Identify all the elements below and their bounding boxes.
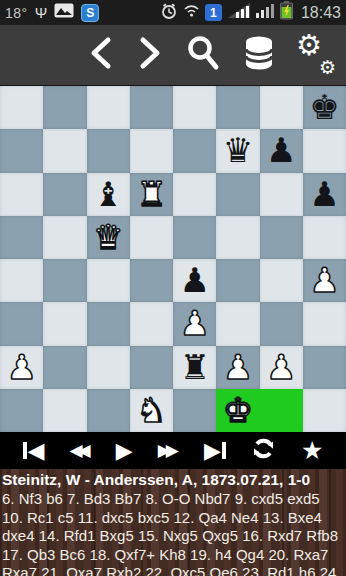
square-d6[interactable]: ♜ xyxy=(130,173,173,216)
chess-board: ♚♛♟♝♜♟♛♟♟♟♟♜♟♟♞♚ xyxy=(0,86,346,432)
white-rook-d6: ♜ xyxy=(136,173,166,216)
square-a8[interactable] xyxy=(0,86,43,129)
square-g3[interactable] xyxy=(260,302,303,345)
square-g6[interactable] xyxy=(260,173,303,216)
square-a6[interactable] xyxy=(0,173,43,216)
square-e7[interactable] xyxy=(173,129,216,172)
square-h4[interactable]: ♟ xyxy=(303,259,346,302)
square-b6[interactable] xyxy=(43,173,86,216)
usb-icon: Ψ xyxy=(35,5,48,20)
square-c4[interactable] xyxy=(87,259,130,302)
square-h1[interactable] xyxy=(303,389,346,432)
white-pawn-f2: ♟ xyxy=(223,346,253,389)
battery-icon xyxy=(280,1,293,24)
black-pawn-h6: ♟ xyxy=(309,173,339,216)
white-pawn-a2: ♟ xyxy=(6,346,36,389)
square-h3[interactable] xyxy=(303,302,346,345)
square-d7[interactable] xyxy=(130,129,173,172)
black-pawn-g7: ♟ xyxy=(266,129,296,172)
square-d3[interactable] xyxy=(130,302,173,345)
square-f4[interactable] xyxy=(216,259,259,302)
square-b4[interactable] xyxy=(43,259,86,302)
fast-forward-button[interactable]: ▶▶ xyxy=(158,442,179,459)
start-bar-icon xyxy=(23,442,27,459)
status-right-group: 1 18:43 xyxy=(160,1,341,24)
flip-board-button[interactable] xyxy=(251,436,276,465)
square-g1[interactable] xyxy=(260,389,303,432)
square-e5[interactable] xyxy=(173,216,216,259)
square-c3[interactable] xyxy=(87,302,130,345)
square-a2[interactable]: ♟ xyxy=(0,346,43,389)
square-f7[interactable]: ♛ xyxy=(216,129,259,172)
square-c7[interactable] xyxy=(87,129,130,172)
black-queen-f7: ♛ xyxy=(223,129,253,172)
square-b7[interactable] xyxy=(43,129,86,172)
square-h6[interactable]: ♟ xyxy=(303,173,346,216)
square-c6[interactable]: ♝ xyxy=(87,173,130,216)
app-window: 18° Ψ S 1 18:43 xyxy=(0,0,346,576)
play-icon: ▶ xyxy=(116,440,133,462)
square-b8[interactable] xyxy=(43,86,86,129)
play-button[interactable]: ▶ xyxy=(116,440,133,462)
signal-bars-icon xyxy=(256,3,275,22)
alarm-clock-icon xyxy=(160,2,178,24)
square-e8[interactable] xyxy=(173,86,216,129)
rewind-icon: ◀◀ xyxy=(70,442,91,459)
square-a4[interactable] xyxy=(0,259,43,302)
square-a7[interactable] xyxy=(0,129,43,172)
square-d1[interactable]: ♞ xyxy=(130,389,173,432)
square-c1[interactable] xyxy=(87,389,130,432)
search-icon xyxy=(186,35,220,75)
black-bishop-c6: ♝ xyxy=(93,173,123,216)
square-e1[interactable] xyxy=(173,389,216,432)
previous-game-button[interactable] xyxy=(88,36,114,74)
square-b5[interactable] xyxy=(43,216,86,259)
black-rook-e2: ♜ xyxy=(179,346,209,389)
search-button[interactable] xyxy=(186,35,220,75)
white-pawn-e3: ♟ xyxy=(179,302,209,345)
square-a1[interactable] xyxy=(0,389,43,432)
temperature-label: 18° xyxy=(5,5,28,21)
game-header: Steinitz, W - Anderssen, A, 1873.07.21, … xyxy=(2,470,344,490)
square-f3[interactable] xyxy=(216,302,259,345)
square-d4[interactable] xyxy=(130,259,173,302)
square-f6[interactable] xyxy=(216,173,259,216)
skip-start-icon: ◀ xyxy=(28,440,45,462)
settings-button[interactable]: ⚙ ⚙ xyxy=(298,37,334,73)
square-e4[interactable]: ♟ xyxy=(173,259,216,302)
next-game-button[interactable] xyxy=(137,36,163,74)
chevron-left-icon xyxy=(88,36,114,74)
skip-to-start-button[interactable]: ◀ xyxy=(23,440,45,462)
square-b2[interactable] xyxy=(43,346,86,389)
database-icon xyxy=(243,35,275,75)
chevron-right-icon xyxy=(137,36,163,74)
end-bar-icon xyxy=(222,442,226,459)
gears-icon: ⚙ ⚙ xyxy=(298,37,334,73)
favorite-button[interactable]: ★ xyxy=(301,438,323,463)
playback-controls: ◀ ◀◀ ▶ ▶▶ ▶ ★ xyxy=(0,432,346,469)
square-g8[interactable] xyxy=(260,86,303,129)
square-f5[interactable] xyxy=(216,216,259,259)
square-g7[interactable]: ♟ xyxy=(260,129,303,172)
square-a5[interactable] xyxy=(0,216,43,259)
square-c8[interactable] xyxy=(87,86,130,129)
skype-icon: S xyxy=(81,4,99,22)
moves-text: 6. Nf3 b6 7. Bd3 Bb7 8. O-O Nbd7 9. cxd5… xyxy=(2,490,344,576)
square-f8[interactable] xyxy=(216,86,259,129)
skip-end-icon: ▶ xyxy=(204,440,221,462)
square-d8[interactable] xyxy=(130,86,173,129)
status-bar: 18° Ψ S 1 18:43 xyxy=(0,0,346,25)
white-king-f1: ♚ xyxy=(223,389,253,432)
fast-forward-icon: ▶▶ xyxy=(158,442,179,459)
square-d5[interactable] xyxy=(130,216,173,259)
square-e3[interactable]: ♟ xyxy=(173,302,216,345)
notification-badge: 1 xyxy=(205,4,222,21)
gallery-icon xyxy=(54,3,74,22)
square-c5[interactable]: ♛ xyxy=(87,216,130,259)
rewind-button[interactable]: ◀◀ xyxy=(70,442,91,459)
black-pawn-e4: ♟ xyxy=(179,259,209,302)
square-e6[interactable] xyxy=(173,173,216,216)
star-icon: ★ xyxy=(301,438,323,463)
square-b3[interactable] xyxy=(43,302,86,345)
square-g4[interactable] xyxy=(260,259,303,302)
black-king-h8: ♚ xyxy=(309,86,339,129)
white-queen-c5: ♛ xyxy=(93,216,123,259)
square-h5[interactable] xyxy=(303,216,346,259)
square-h8[interactable]: ♚ xyxy=(303,86,346,129)
square-b1[interactable] xyxy=(43,389,86,432)
database-button[interactable] xyxy=(243,35,275,75)
square-c2[interactable] xyxy=(87,346,130,389)
skip-to-end-button[interactable]: ▶ xyxy=(204,440,226,462)
square-a3[interactable] xyxy=(0,302,43,345)
white-knight-d1: ♞ xyxy=(136,389,166,432)
clock-label: 18:43 xyxy=(301,4,341,22)
square-h7[interactable] xyxy=(303,129,346,172)
game-notation-panel[interactable]: Steinitz, W - Anderssen, A, 1873.07.21, … xyxy=(0,469,346,576)
square-f2[interactable]: ♟ xyxy=(216,346,259,389)
white-pawn-h4: ♟ xyxy=(309,259,339,302)
toolbar: ⚙ ⚙ xyxy=(0,25,346,86)
square-e2[interactable]: ♜ xyxy=(173,346,216,389)
refresh-icon xyxy=(251,436,276,465)
square-g2[interactable]: ♟ xyxy=(260,346,303,389)
square-g5[interactable] xyxy=(260,216,303,259)
white-pawn-g2: ♟ xyxy=(266,346,296,389)
square-h2[interactable] xyxy=(303,346,346,389)
signal-roaming-icon xyxy=(227,2,251,23)
square-d2[interactable] xyxy=(130,346,173,389)
wifi-transfer-icon xyxy=(183,2,200,23)
square-f1[interactable]: ♚ xyxy=(216,389,259,432)
status-left-group: 18° Ψ S xyxy=(5,3,99,22)
